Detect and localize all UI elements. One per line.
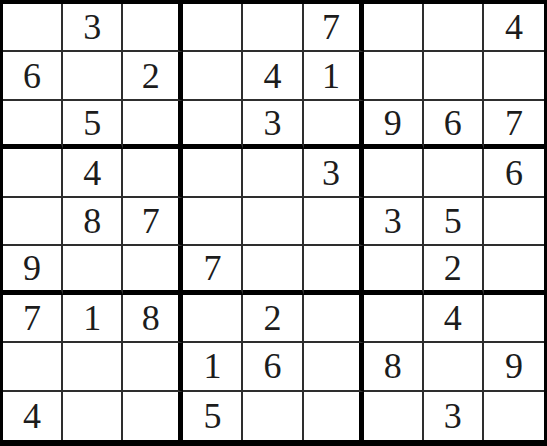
cell-r4c9[interactable]: 6 (484, 149, 544, 197)
cell-r8c5[interactable]: 6 (243, 343, 303, 391)
cell-r6c1[interactable]: 9 (3, 246, 63, 294)
cell-r9c2[interactable] (63, 392, 123, 440)
cell-r7c5[interactable]: 2 (243, 295, 303, 343)
cell-r3c3[interactable] (123, 101, 183, 149)
cell-r8c8[interactable] (424, 343, 484, 391)
cell-r2c6[interactable]: 1 (304, 52, 364, 100)
cell-r5c3[interactable]: 7 (123, 198, 183, 246)
cell-r5c6[interactable] (304, 198, 364, 246)
cell-r9c3[interactable] (123, 392, 183, 440)
cell-r1c7[interactable] (364, 4, 424, 52)
cell-r6c5[interactable] (243, 246, 303, 294)
cell-r7c2[interactable]: 1 (63, 295, 123, 343)
cell-r5c5[interactable] (243, 198, 303, 246)
cell-r4c4[interactable] (183, 149, 243, 197)
cell-r1c4[interactable] (183, 4, 243, 52)
cell-r4c1[interactable] (3, 149, 63, 197)
cell-r7c4[interactable] (183, 295, 243, 343)
cell-r4c3[interactable] (123, 149, 183, 197)
cell-r9c4[interactable]: 5 (183, 392, 243, 440)
cell-r7c1[interactable]: 7 (3, 295, 63, 343)
cell-r6c7[interactable] (364, 246, 424, 294)
cell-r6c4[interactable]: 7 (183, 246, 243, 294)
cell-r2c4[interactable] (183, 52, 243, 100)
cell-r1c8[interactable] (424, 4, 484, 52)
cell-r5c1[interactable] (3, 198, 63, 246)
cell-r5c9[interactable] (484, 198, 544, 246)
cell-r4c6[interactable]: 3 (304, 149, 364, 197)
cell-r7c8[interactable]: 4 (424, 295, 484, 343)
cell-r9c9[interactable] (484, 392, 544, 440)
sudoku-board: 3746241539674368735972718241689453 (0, 0, 547, 446)
cell-r8c9[interactable]: 9 (484, 343, 544, 391)
cell-r6c2[interactable] (63, 246, 123, 294)
cell-r4c2[interactable]: 4 (63, 149, 123, 197)
cell-r9c7[interactable] (364, 392, 424, 440)
cell-r4c5[interactable] (243, 149, 303, 197)
cell-r2c3[interactable]: 2 (123, 52, 183, 100)
cell-r1c2[interactable]: 3 (63, 4, 123, 52)
cell-r1c3[interactable] (123, 4, 183, 52)
cell-r5c2[interactable]: 8 (63, 198, 123, 246)
cell-r2c5[interactable]: 4 (243, 52, 303, 100)
cell-r8c4[interactable]: 1 (183, 343, 243, 391)
cell-r3c8[interactable]: 6 (424, 101, 484, 149)
cell-r1c1[interactable] (3, 4, 63, 52)
cell-r6c3[interactable] (123, 246, 183, 294)
cell-r4c8[interactable] (424, 149, 484, 197)
cell-r6c9[interactable] (484, 246, 544, 294)
cell-r7c3[interactable]: 8 (123, 295, 183, 343)
cell-r3c2[interactable]: 5 (63, 101, 123, 149)
cell-r1c6[interactable]: 7 (304, 4, 364, 52)
cell-r5c7[interactable]: 3 (364, 198, 424, 246)
cell-r4c7[interactable] (364, 149, 424, 197)
cell-r6c8[interactable]: 2 (424, 246, 484, 294)
cell-r8c2[interactable] (63, 343, 123, 391)
cell-r5c4[interactable] (183, 198, 243, 246)
cell-r2c2[interactable] (63, 52, 123, 100)
cell-r8c1[interactable] (3, 343, 63, 391)
cell-r3c4[interactable] (183, 101, 243, 149)
cell-r1c9[interactable]: 4 (484, 4, 544, 52)
cell-r7c7[interactable] (364, 295, 424, 343)
cell-r9c1[interactable]: 4 (3, 392, 63, 440)
cell-r8c7[interactable]: 8 (364, 343, 424, 391)
cell-r9c8[interactable]: 3 (424, 392, 484, 440)
cell-r1c5[interactable] (243, 4, 303, 52)
cell-r7c6[interactable] (304, 295, 364, 343)
cell-r3c6[interactable] (304, 101, 364, 149)
cell-r5c8[interactable]: 5 (424, 198, 484, 246)
cell-r9c6[interactable] (304, 392, 364, 440)
cell-r8c3[interactable] (123, 343, 183, 391)
cell-r3c1[interactable] (3, 101, 63, 149)
cell-r6c6[interactable] (304, 246, 364, 294)
cell-r2c1[interactable]: 6 (3, 52, 63, 100)
cell-r2c7[interactable] (364, 52, 424, 100)
cell-r7c9[interactable] (484, 295, 544, 343)
cell-r3c5[interactable]: 3 (243, 101, 303, 149)
cell-r8c6[interactable] (304, 343, 364, 391)
cell-r9c5[interactable] (243, 392, 303, 440)
cell-r2c8[interactable] (424, 52, 484, 100)
cell-r2c9[interactable] (484, 52, 544, 100)
sudoku-page: 3746241539674368735972718241689453 (0, 0, 547, 446)
cell-r3c9[interactable]: 7 (484, 101, 544, 149)
cell-r3c7[interactable]: 9 (364, 101, 424, 149)
